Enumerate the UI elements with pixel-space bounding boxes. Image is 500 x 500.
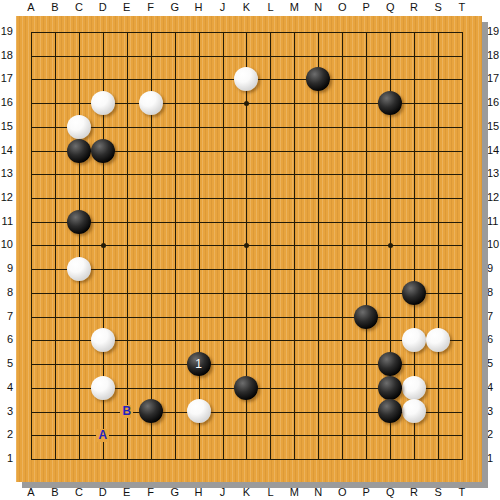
coord-label-top-F: F [141, 1, 161, 14]
stone-black-P7[interactable] [354, 305, 378, 329]
coord-label-left-13: 13 [0, 167, 13, 180]
stone-grid: 1BA [19, 20, 474, 471]
coord-label-left-15: 15 [0, 120, 13, 133]
point-D14[interactable] [91, 139, 115, 163]
coord-label-left-10: 10 [0, 238, 13, 251]
point-C11[interactable] [67, 210, 91, 234]
coord-label-top-D: D [93, 1, 113, 14]
point-E3[interactable]: B [115, 400, 139, 424]
stone-black-C11[interactable] [67, 210, 91, 234]
stone-black-Q3[interactable] [378, 399, 402, 423]
point-F3[interactable] [139, 400, 163, 424]
coord-label-bottom-D: D [93, 486, 113, 499]
coord-label-right-10: 10 [487, 238, 500, 251]
coord-label-bottom-N: N [308, 486, 328, 499]
coord-label-top-H: H [189, 1, 209, 14]
point-Q3[interactable] [378, 400, 402, 424]
point-H5[interactable]: 1 [187, 352, 211, 376]
coord-label-bottom-C: C [69, 486, 89, 499]
coord-label-top-N: N [308, 1, 328, 14]
coord-label-bottom-S: S [428, 486, 448, 499]
stone-black-Q4[interactable] [378, 376, 402, 400]
coord-label-left-7: 7 [0, 310, 13, 323]
point-K17[interactable] [234, 68, 258, 92]
coord-label-right-14: 14 [487, 144, 500, 157]
coord-label-left-4: 4 [0, 381, 13, 394]
point-K4[interactable] [234, 376, 258, 400]
coord-label-right-16: 16 [487, 96, 500, 109]
coord-label-bottom-R: R [404, 486, 424, 499]
coord-label-left-1: 1 [0, 452, 13, 465]
coord-label-bottom-G: G [165, 486, 185, 499]
point-N17[interactable] [306, 68, 330, 92]
coord-label-bottom-B: B [45, 486, 65, 499]
coord-label-top-J: J [213, 1, 233, 14]
point-D6[interactable] [91, 328, 115, 352]
coord-label-left-16: 16 [0, 96, 13, 109]
coord-label-bottom-M: M [284, 486, 304, 499]
stone-white-S6[interactable] [426, 328, 450, 352]
stone-black-D14[interactable] [91, 139, 115, 163]
stone-white-R3[interactable] [402, 399, 426, 423]
coord-label-top-L: L [260, 1, 280, 14]
point-F16[interactable] [139, 91, 163, 115]
point-Q5[interactable] [378, 352, 402, 376]
coord-label-left-8: 8 [0, 286, 13, 299]
point-S6[interactable] [426, 328, 450, 352]
coord-label-right-18: 18 [487, 49, 500, 62]
stone-white-C15[interactable] [67, 115, 91, 139]
point-R8[interactable] [402, 281, 426, 305]
coord-label-bottom-F: F [141, 486, 161, 499]
coord-label-bottom-T: T [452, 486, 472, 499]
coord-label-top-A: A [21, 1, 41, 14]
coord-label-bottom-O: O [332, 486, 352, 499]
coord-label-bottom-K: K [236, 486, 256, 499]
coord-label-left-9: 9 [0, 262, 13, 275]
coord-label-left-19: 19 [0, 25, 13, 38]
coord-label-top-M: M [284, 1, 304, 14]
stone-black-C14[interactable] [67, 139, 91, 163]
stone-white-D4[interactable] [91, 376, 115, 400]
coord-label-right-4: 4 [487, 381, 500, 394]
stone-white-C9[interactable] [67, 257, 91, 281]
stone-black-N17[interactable] [306, 67, 330, 91]
point-C14[interactable] [67, 139, 91, 163]
coord-label-right-19: 19 [487, 25, 500, 38]
coord-label-right-12: 12 [487, 191, 500, 204]
letter-mark-A[interactable]: A [96, 429, 109, 442]
coord-label-bottom-J: J [213, 486, 233, 499]
coord-label-top-O: O [332, 1, 352, 14]
coord-label-right-5: 5 [487, 357, 500, 370]
coord-label-right-17: 17 [487, 72, 500, 85]
coord-label-left-11: 11 [0, 215, 13, 228]
coord-label-left-6: 6 [0, 333, 13, 346]
coord-label-bottom-P: P [356, 486, 376, 499]
coord-label-top-G: G [165, 1, 185, 14]
coord-label-right-3: 3 [487, 405, 500, 418]
coord-label-right-6: 6 [487, 333, 500, 346]
coord-label-left-17: 17 [0, 72, 13, 85]
coord-label-top-C: C [69, 1, 89, 14]
coord-label-bottom-E: E [117, 486, 137, 499]
point-D16[interactable] [91, 91, 115, 115]
coord-label-top-E: E [117, 1, 137, 14]
point-P7[interactable] [354, 305, 378, 329]
coord-label-left-2: 2 [0, 428, 13, 441]
point-H3[interactable] [187, 400, 211, 424]
point-Q16[interactable] [378, 91, 402, 115]
stone-black-H5[interactable]: 1 [187, 352, 211, 376]
stone-black-Q5[interactable] [378, 352, 402, 376]
stone-white-D16[interactable] [91, 91, 115, 115]
coord-label-top-S: S [428, 1, 448, 14]
coord-label-top-B: B [45, 1, 65, 14]
coord-label-right-7: 7 [487, 310, 500, 323]
coord-label-top-T: T [452, 1, 472, 14]
letter-mark-B[interactable]: B [120, 405, 133, 418]
coord-label-right-1: 1 [487, 452, 500, 465]
point-R6[interactable] [402, 328, 426, 352]
go-diagram-page: ABCDEFGHJKLMNOPQRST ABCDEFGHJKLMNOPQRST … [0, 0, 500, 500]
stone-black-F3[interactable] [139, 399, 163, 423]
stone-black-K4[interactable] [234, 376, 258, 400]
coord-label-bottom-A: A [21, 486, 41, 499]
stone-white-R4[interactable] [402, 376, 426, 400]
point-C9[interactable] [67, 257, 91, 281]
stone-white-R6[interactable] [402, 328, 426, 352]
stone-white-H3[interactable] [187, 399, 211, 423]
coord-label-right-8: 8 [487, 286, 500, 299]
stone-white-D6[interactable] [91, 328, 115, 352]
point-C15[interactable] [67, 115, 91, 139]
point-R4[interactable] [402, 376, 426, 400]
move-number-label: 1 [195, 358, 202, 370]
stone-black-R8[interactable] [402, 281, 426, 305]
point-D4[interactable] [91, 376, 115, 400]
go-board[interactable]: 1BA [16, 16, 482, 482]
coord-label-top-K: K [236, 1, 256, 14]
coord-label-right-9: 9 [487, 262, 500, 275]
coord-label-left-3: 3 [0, 405, 13, 418]
coord-label-bottom-H: H [189, 486, 209, 499]
stone-black-Q16[interactable] [378, 91, 402, 115]
coord-label-bottom-L: L [260, 486, 280, 499]
coord-label-top-R: R [404, 1, 424, 14]
coord-label-right-11: 11 [487, 215, 500, 228]
coord-label-top-P: P [356, 1, 376, 14]
coord-label-bottom-Q: Q [380, 486, 400, 499]
coord-label-left-5: 5 [0, 357, 13, 370]
stone-white-K17[interactable] [234, 67, 258, 91]
coord-label-left-14: 14 [0, 144, 13, 157]
coord-label-right-13: 13 [487, 167, 500, 180]
point-D2[interactable]: A [91, 423, 115, 447]
coord-label-right-15: 15 [487, 120, 500, 133]
stone-white-F16[interactable] [139, 91, 163, 115]
coord-label-left-18: 18 [0, 49, 13, 62]
point-R3[interactable] [402, 400, 426, 424]
coord-label-left-12: 12 [0, 191, 13, 204]
point-Q4[interactable] [378, 376, 402, 400]
coord-label-right-2: 2 [487, 428, 500, 441]
coord-label-top-Q: Q [380, 1, 400, 14]
